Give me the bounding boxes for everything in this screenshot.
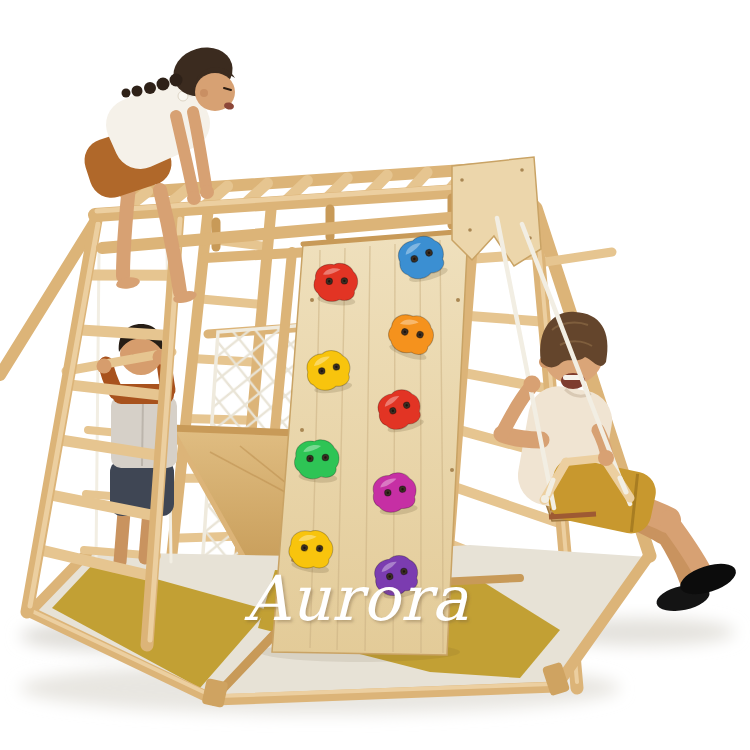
watermark-text: Aurora: [244, 562, 469, 635]
top-panel: [452, 157, 541, 266]
swingboy-hand-left: [524, 376, 541, 393]
product-photo: Aurora Aurora: [0, 0, 750, 750]
swingboy-hand-right: [598, 450, 614, 466]
climbing-frame-illustration: Aurora Aurora: [0, 0, 750, 750]
child-girl-top: [79, 41, 239, 306]
